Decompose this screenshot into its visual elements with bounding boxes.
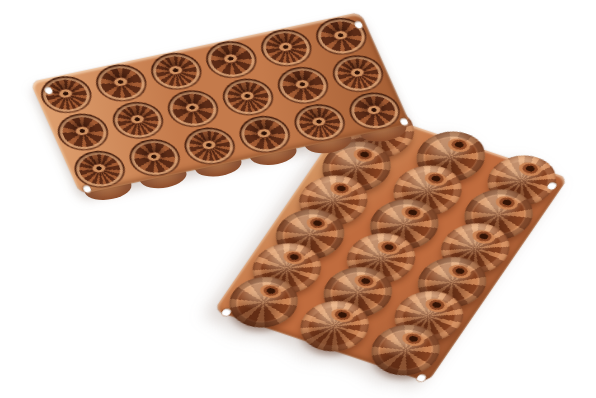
product-photo: [0, 0, 596, 398]
